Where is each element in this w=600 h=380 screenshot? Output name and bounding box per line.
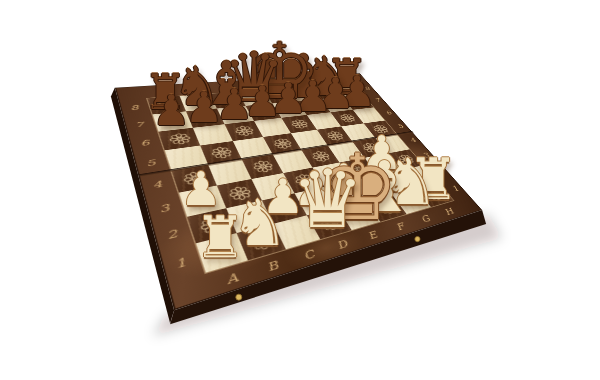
rosette-icon bbox=[323, 130, 345, 142]
rosette-icon bbox=[348, 98, 368, 107]
rosette-icon bbox=[180, 169, 209, 187]
rosette-icon bbox=[216, 95, 239, 106]
rosette-icon bbox=[270, 91, 291, 101]
file-label-b: B bbox=[265, 259, 281, 275]
rosette-icon bbox=[193, 112, 217, 124]
file-label-h: H bbox=[442, 206, 456, 217]
rosette-icon bbox=[346, 162, 370, 177]
rosette-icon bbox=[337, 113, 358, 124]
rosette-icon bbox=[246, 230, 277, 253]
file-label-e: E bbox=[365, 229, 379, 242]
rosette-icon bbox=[154, 99, 179, 111]
rank-label-right-6: 6 bbox=[384, 110, 394, 116]
file-label-g: G bbox=[419, 213, 433, 224]
rank-label-right-3: 3 bbox=[420, 151, 431, 159]
file-label-a: A bbox=[224, 271, 240, 288]
rosette-icon bbox=[252, 106, 275, 117]
rank-label-left-6: 6 bbox=[139, 138, 150, 147]
rosette-icon bbox=[208, 145, 234, 160]
chess-set-product-photo: 8765432187654321ABCDEFGH ♜♞♝♛♚♝♞♜♟♟♟♟♟♟♟… bbox=[0, 0, 600, 380]
rosette-icon bbox=[166, 132, 192, 146]
rosette-icon bbox=[385, 174, 409, 189]
rosette-icon bbox=[232, 124, 256, 137]
rosette-icon bbox=[291, 172, 317, 188]
rank-label-right-7: 7 bbox=[373, 97, 382, 103]
rank-label-left-4: 4 bbox=[151, 179, 163, 190]
rank-label-left-3: 3 bbox=[158, 202, 171, 215]
rosette-icon bbox=[303, 102, 324, 112]
rosette-icon bbox=[422, 186, 446, 202]
rosette-icon bbox=[308, 149, 332, 163]
rosette-icon bbox=[288, 118, 311, 130]
rank-label-left-8: 8 bbox=[129, 104, 139, 112]
rosette-icon bbox=[270, 137, 294, 150]
rank-label-right-4: 4 bbox=[407, 137, 417, 144]
clasp-icon bbox=[236, 294, 242, 300]
rank-label-left-1: 1 bbox=[174, 255, 189, 271]
file-label-c: C bbox=[301, 248, 317, 263]
file-label-d: D bbox=[335, 238, 351, 252]
rosette-icon bbox=[359, 141, 381, 154]
rosette-icon bbox=[370, 124, 391, 135]
rosette-icon bbox=[270, 199, 298, 218]
rank-label-right-1: 1 bbox=[449, 184, 461, 193]
rank-label-left-5: 5 bbox=[145, 158, 157, 168]
rosette-icon bbox=[332, 185, 358, 202]
rosette-icon bbox=[315, 213, 343, 233]
rank-label-left-7: 7 bbox=[134, 120, 145, 129]
rosette-icon bbox=[317, 87, 337, 96]
rosette-icon bbox=[373, 199, 399, 217]
rank-label-right-5: 5 bbox=[395, 123, 405, 130]
rosette-icon bbox=[249, 159, 275, 175]
file-label-f: F bbox=[393, 221, 407, 233]
rosette-icon bbox=[225, 184, 254, 202]
rank-label-right-2: 2 bbox=[434, 167, 445, 175]
clasp-icon bbox=[415, 236, 420, 241]
rank-label-right-8: 8 bbox=[363, 86, 372, 91]
rosette-icon bbox=[394, 153, 416, 166]
rank-label-left-2: 2 bbox=[165, 227, 179, 241]
rosette-icon bbox=[196, 214, 227, 236]
